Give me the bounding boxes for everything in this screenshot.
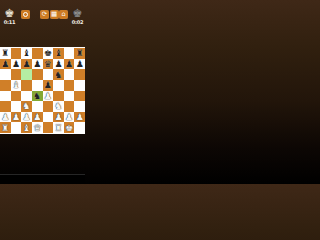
black-pawn-piece: ♟	[54, 59, 62, 69]
square-f4[interactable]	[53, 91, 64, 102]
record-button[interactable]	[21, 10, 30, 19]
white-clock-time: 0:11	[2, 19, 17, 25]
white-pawn-piece: ♟	[76, 112, 84, 122]
restart-button[interactable]: ⟳	[40, 10, 49, 19]
square-h6[interactable]	[74, 69, 85, 80]
white-knight-piece: ♞	[54, 101, 62, 111]
square-g8[interactable]	[64, 48, 75, 59]
square-a3[interactable]	[0, 101, 11, 112]
square-b4[interactable]	[11, 91, 22, 102]
square-d5[interactable]	[32, 80, 43, 91]
black-rook-piece: ♜	[1, 48, 9, 58]
square-g4[interactable]	[64, 91, 75, 102]
square-f1[interactable]: ♜	[53, 122, 64, 133]
square-g2[interactable]: ♟	[64, 112, 75, 123]
square-c1[interactable]: ♝	[21, 122, 32, 133]
black-knight-piece: ♞	[33, 91, 41, 101]
square-e1[interactable]	[43, 122, 54, 133]
square-a6[interactable]	[0, 69, 11, 80]
square-d6[interactable]	[32, 69, 43, 80]
square-f6[interactable]: ♞	[53, 69, 64, 80]
black-pawn-piece: ♟	[1, 59, 9, 69]
square-a7[interactable]: ♟	[0, 59, 11, 70]
black-pawn-piece: ♟	[12, 59, 20, 69]
square-f5[interactable]	[53, 80, 64, 91]
black-pawn-piece: ♟	[76, 59, 84, 69]
square-g5[interactable]	[64, 80, 75, 91]
square-f7[interactable]: ♟	[53, 59, 64, 70]
square-c7[interactable]: ♟	[21, 59, 32, 70]
home-button[interactable]: ⌂	[59, 10, 68, 19]
square-e7[interactable]: ♛	[43, 59, 54, 70]
square-g3[interactable]	[64, 101, 75, 112]
square-h1[interactable]	[74, 122, 85, 133]
square-e8[interactable]: ♚	[43, 48, 54, 59]
square-g6[interactable]	[64, 69, 75, 80]
white-pawn-piece: ♟	[23, 112, 31, 122]
white-pawn-piece: ♟	[1, 112, 9, 122]
white-king-piece: ♚	[65, 123, 73, 133]
black-clock: ♚ 0:02	[71, 8, 84, 25]
white-pawn-piece: ♟	[12, 112, 20, 122]
square-c5[interactable]	[21, 80, 32, 91]
square-b5[interactable]: ♝	[11, 80, 22, 91]
black-pawn-piece: ♟	[33, 59, 41, 69]
white-pawn-piece: ♟	[54, 112, 62, 122]
white-pawn-piece: ♟	[65, 112, 73, 122]
black-rook-piece: ♜	[76, 48, 84, 58]
black-knight-piece: ♞	[54, 70, 62, 80]
square-b8[interactable]	[11, 48, 22, 59]
board-grid-button[interactable]: ▦	[50, 10, 59, 19]
white-bishop-piece: ♝	[12, 80, 20, 90]
white-pawn-piece: ♟	[44, 91, 52, 101]
square-d8[interactable]	[32, 48, 43, 59]
square-h2[interactable]: ♟	[74, 112, 85, 123]
bottom-bar	[0, 174, 85, 184]
white-clock: ♚ 0:11	[2, 8, 17, 25]
square-a2[interactable]: ♟	[0, 112, 11, 123]
square-h4[interactable]	[74, 91, 85, 102]
square-d7[interactable]: ♟	[32, 59, 43, 70]
white-king-icon: ♚	[2, 8, 17, 19]
square-c2[interactable]: ♟	[21, 112, 32, 123]
black-king-icon: ♚	[71, 8, 84, 19]
black-bishop-piece: ♝	[23, 48, 31, 58]
square-h7[interactable]: ♟	[74, 59, 85, 70]
black-queen-piece: ♛	[44, 59, 52, 69]
grid-icon: ▦	[51, 10, 57, 19]
square-b7[interactable]: ♟	[11, 59, 22, 70]
square-d2[interactable]: ♟	[32, 112, 43, 123]
black-pawn-piece: ♟	[23, 59, 31, 69]
square-f3[interactable]: ♞	[53, 101, 64, 112]
white-pawn-piece: ♟	[33, 112, 41, 122]
black-pawn-piece: ♟	[44, 80, 52, 90]
square-h8[interactable]: ♜	[74, 48, 85, 59]
square-f2[interactable]: ♟	[53, 112, 64, 123]
square-e5[interactable]: ♟	[43, 80, 54, 91]
black-bishop-piece: ♝	[54, 48, 62, 58]
white-queen-piece: ♛	[33, 123, 41, 133]
chess-board: ♜♝♚♝♜♟♟♟♟♛♟♟♟♞♝♟♞♟♞♞♟♟♟♟♟♟♟♜♝♛♜♚	[0, 47, 85, 134]
white-bishop-piece: ♝	[23, 123, 31, 133]
refresh-icon: ⟳	[42, 10, 47, 19]
square-h3[interactable]	[74, 101, 85, 112]
white-rook-piece: ♜	[54, 123, 62, 133]
home-icon: ⌂	[61, 10, 65, 19]
black-king-piece: ♚	[44, 48, 52, 58]
square-a1[interactable]: ♜	[0, 122, 11, 133]
square-h5[interactable]	[74, 80, 85, 91]
square-b3[interactable]	[11, 101, 22, 112]
square-a5[interactable]	[0, 80, 11, 91]
square-d1[interactable]: ♛	[32, 122, 43, 133]
square-b6[interactable]	[11, 69, 22, 80]
white-rook-piece: ♜	[1, 123, 9, 133]
square-c4[interactable]	[21, 91, 32, 102]
square-g7[interactable]: ♟	[64, 59, 75, 70]
square-e2[interactable]	[43, 112, 54, 123]
square-e6[interactable]	[43, 69, 54, 80]
square-b1[interactable]	[11, 122, 22, 133]
square-c8[interactable]: ♝	[21, 48, 32, 59]
white-knight-piece: ♞	[23, 101, 31, 111]
square-e3[interactable]	[43, 101, 54, 112]
square-c6[interactable]	[21, 69, 32, 80]
square-d4[interactable]: ♞	[32, 91, 43, 102]
ring-icon	[23, 12, 29, 18]
square-b2[interactable]: ♟	[11, 112, 22, 123]
black-clock-time: 0:02	[71, 19, 84, 25]
square-a4[interactable]	[0, 91, 11, 102]
square-e4[interactable]: ♟	[43, 91, 54, 102]
square-c3[interactable]: ♞	[21, 101, 32, 112]
square-a8[interactable]: ♜	[0, 48, 11, 59]
black-pawn-piece: ♟	[65, 59, 73, 69]
square-d3[interactable]	[32, 101, 43, 112]
square-g1[interactable]: ♚	[64, 122, 75, 133]
square-f8[interactable]: ♝	[53, 48, 64, 59]
